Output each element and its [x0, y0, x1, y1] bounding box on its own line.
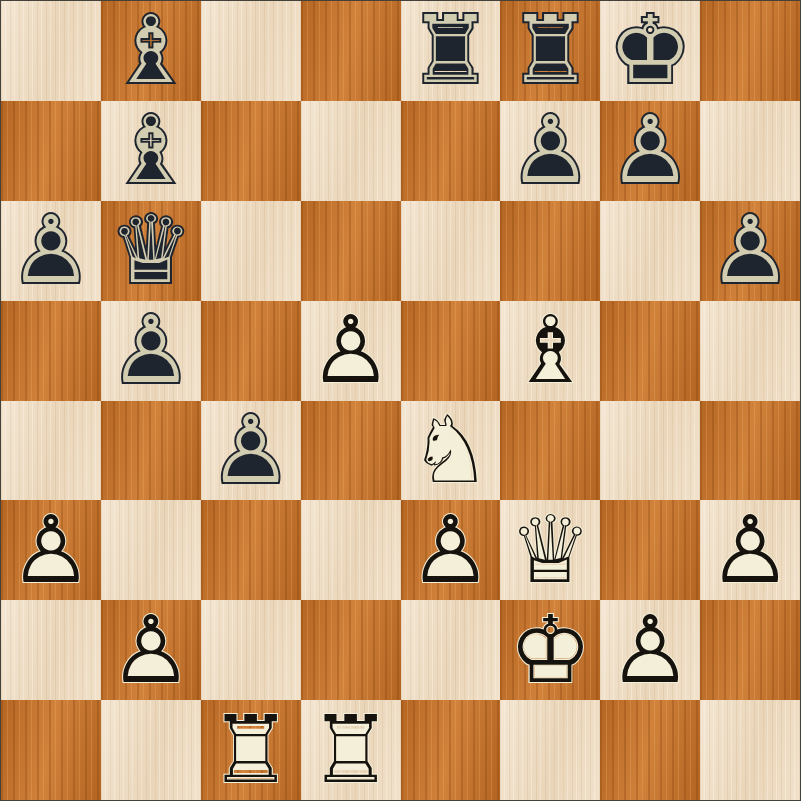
square-f8[interactable]: ♜♖	[500, 1, 600, 101]
square-d4[interactable]	[301, 401, 401, 501]
white-pawn[interactable]: ♟♙	[700, 500, 800, 600]
square-a6[interactable]: ♟♙	[1, 201, 101, 301]
square-b2[interactable]: ♟♙	[101, 600, 201, 700]
square-h8[interactable]	[700, 1, 800, 101]
square-h3[interactable]: ♟♙	[700, 500, 800, 600]
square-c2[interactable]	[201, 600, 301, 700]
square-e2[interactable]	[401, 600, 501, 700]
square-d2[interactable]	[301, 600, 401, 700]
square-f5[interactable]: ♝♗	[500, 301, 600, 401]
square-f1[interactable]	[500, 700, 600, 800]
square-g2[interactable]: ♟♙	[600, 600, 700, 700]
square-b5[interactable]: ♟♙	[101, 301, 201, 401]
square-b6[interactable]: ♛♕	[101, 201, 201, 301]
square-g7[interactable]: ♟♙	[600, 101, 700, 201]
square-a5[interactable]	[1, 301, 101, 401]
piece-glyph-outline: ♙	[700, 500, 800, 600]
white-pawn[interactable]: ♟♙	[1, 500, 101, 600]
piece-glyph-outline: ♖	[201, 700, 301, 800]
white-rook[interactable]: ♜♖	[201, 700, 301, 800]
square-a1[interactable]	[1, 700, 101, 800]
white-pawn[interactable]: ♟♙	[401, 500, 501, 600]
square-a7[interactable]	[1, 101, 101, 201]
black-rook[interactable]: ♜♖	[401, 1, 501, 101]
black-pawn[interactable]: ♟♙	[500, 101, 600, 201]
square-e7[interactable]	[401, 101, 501, 201]
square-b1[interactable]	[101, 700, 201, 800]
square-a3[interactable]: ♟♙	[1, 500, 101, 600]
piece-glyph-outline: ♙	[1, 201, 101, 301]
piece-glyph-outline: ♗	[101, 101, 201, 201]
piece-glyph-outline: ♕	[500, 500, 600, 600]
piece-glyph-outline: ♗	[500, 301, 600, 401]
black-pawn[interactable]: ♟♙	[600, 101, 700, 201]
white-queen[interactable]: ♛♕	[500, 500, 600, 600]
square-d5[interactable]: ♟♙	[301, 301, 401, 401]
piece-glyph-outline: ♙	[600, 600, 700, 700]
piece-glyph-outline: ♙	[201, 401, 301, 501]
square-c6[interactable]	[201, 201, 301, 301]
square-g8[interactable]: ♚♔	[600, 1, 700, 101]
square-c5[interactable]	[201, 301, 301, 401]
square-h5[interactable]	[700, 301, 800, 401]
black-king[interactable]: ♚♔	[600, 1, 700, 101]
square-a8[interactable]	[1, 1, 101, 101]
white-pawn[interactable]: ♟♙	[600, 600, 700, 700]
square-f6[interactable]	[500, 201, 600, 301]
black-pawn[interactable]: ♟♙	[700, 201, 800, 301]
square-h7[interactable]	[700, 101, 800, 201]
square-b3[interactable]	[101, 500, 201, 600]
square-d6[interactable]	[301, 201, 401, 301]
white-rook[interactable]: ♜♖	[301, 700, 401, 800]
square-h4[interactable]	[700, 401, 800, 501]
piece-glyph-outline: ♘	[401, 401, 501, 501]
square-c7[interactable]	[201, 101, 301, 201]
white-knight[interactable]: ♞♘	[401, 401, 501, 501]
square-g4[interactable]	[600, 401, 700, 501]
square-f7[interactable]: ♟♙	[500, 101, 600, 201]
black-bishop[interactable]: ♝♗	[101, 1, 201, 101]
square-h2[interactable]	[700, 600, 800, 700]
piece-glyph-outline: ♙	[600, 101, 700, 201]
square-d1[interactable]: ♜♖	[301, 700, 401, 800]
square-b8[interactable]: ♝♗	[101, 1, 201, 101]
black-queen[interactable]: ♛♕	[101, 201, 201, 301]
piece-glyph-outline: ♖	[401, 1, 501, 101]
piece-glyph-outline: ♗	[101, 1, 201, 101]
square-g6[interactable]	[600, 201, 700, 301]
square-c8[interactable]	[201, 1, 301, 101]
square-d3[interactable]	[301, 500, 401, 600]
square-c4[interactable]: ♟♙	[201, 401, 301, 501]
square-e5[interactable]	[401, 301, 501, 401]
square-g1[interactable]	[600, 700, 700, 800]
square-e3[interactable]: ♟♙	[401, 500, 501, 600]
black-pawn[interactable]: ♟♙	[201, 401, 301, 501]
black-pawn[interactable]: ♟♙	[101, 301, 201, 401]
piece-glyph-outline: ♙	[101, 301, 201, 401]
piece-glyph-outline: ♖	[301, 700, 401, 800]
piece-glyph-outline: ♔	[500, 600, 600, 700]
square-e4[interactable]: ♞♘	[401, 401, 501, 501]
piece-glyph-outline: ♙	[101, 600, 201, 700]
square-g3[interactable]	[600, 500, 700, 600]
square-b7[interactable]: ♝♗	[101, 101, 201, 201]
square-e1[interactable]	[401, 700, 501, 800]
piece-glyph-outline: ♙	[700, 201, 800, 301]
square-d7[interactable]	[301, 101, 401, 201]
chess-board: ♝♗♜♖♜♖♚♔♝♗♟♙♟♙♟♙♛♕♟♙♟♙♟♙♝♗♟♙♞♘♟♙♟♙♛♕♟♙♟♙…	[0, 0, 801, 801]
square-e8[interactable]: ♜♖	[401, 1, 501, 101]
black-rook[interactable]: ♜♖	[500, 1, 600, 101]
square-f3[interactable]: ♛♕	[500, 500, 600, 600]
square-h1[interactable]	[700, 700, 800, 800]
black-bishop[interactable]: ♝♗	[101, 101, 201, 201]
white-pawn[interactable]: ♟♙	[301, 301, 401, 401]
piece-glyph-outline: ♔	[600, 1, 700, 101]
square-d8[interactable]	[301, 1, 401, 101]
square-f4[interactable]	[500, 401, 600, 501]
square-b4[interactable]	[101, 401, 201, 501]
piece-glyph-outline: ♖	[500, 1, 600, 101]
piece-glyph-outline: ♕	[101, 201, 201, 301]
white-pawn[interactable]: ♟♙	[101, 600, 201, 700]
square-e6[interactable]	[401, 201, 501, 301]
piece-glyph-outline: ♙	[1, 500, 101, 600]
piece-glyph-outline: ♙	[500, 101, 600, 201]
white-bishop[interactable]: ♝♗	[500, 301, 600, 401]
black-pawn[interactable]: ♟♙	[1, 201, 101, 301]
piece-glyph-outline: ♙	[401, 500, 501, 600]
square-c1[interactable]: ♜♖	[201, 700, 301, 800]
square-h6[interactable]: ♟♙	[700, 201, 800, 301]
square-f2[interactable]: ♚♔	[500, 600, 600, 700]
white-king[interactable]: ♚♔	[500, 600, 600, 700]
square-a2[interactable]	[1, 600, 101, 700]
square-g5[interactable]	[600, 301, 700, 401]
square-c3[interactable]	[201, 500, 301, 600]
square-a4[interactable]	[1, 401, 101, 501]
piece-glyph-outline: ♙	[301, 301, 401, 401]
